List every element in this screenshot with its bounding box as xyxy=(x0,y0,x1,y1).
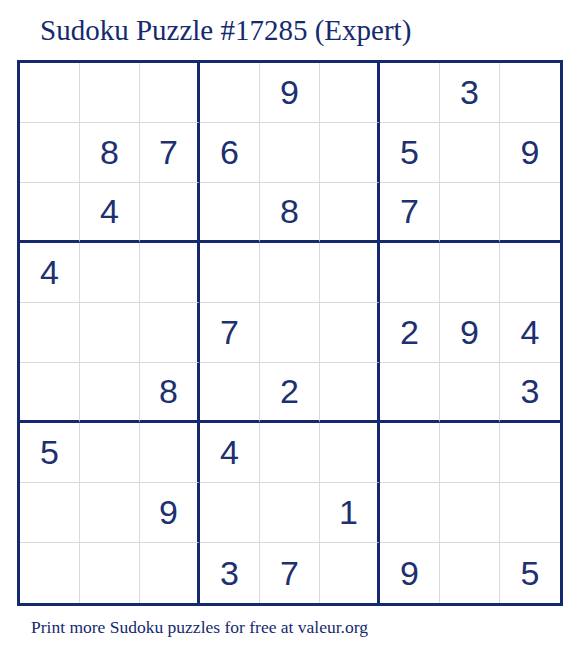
cell-r4c2[interactable] xyxy=(80,243,140,303)
given-digit: 5 xyxy=(40,433,59,472)
given-digit: 8 xyxy=(280,192,299,231)
cell-r3c4[interactable] xyxy=(200,183,260,243)
cell-r8c5[interactable] xyxy=(260,483,320,543)
cell-r7c9[interactable] xyxy=(500,423,560,483)
cell-r6c9[interactable]: 3 xyxy=(500,363,560,423)
cell-r5c3[interactable] xyxy=(140,303,200,363)
cell-r1c3[interactable] xyxy=(140,63,200,123)
given-digit: 7 xyxy=(280,554,299,593)
cell-r1c1[interactable] xyxy=(20,63,80,123)
cell-r3c9[interactable] xyxy=(500,183,560,243)
cell-r1c9[interactable] xyxy=(500,63,560,123)
given-digit: 2 xyxy=(280,372,299,411)
cell-r2c1[interactable] xyxy=(20,123,80,183)
given-digit: 8 xyxy=(100,133,119,172)
cell-r5c2[interactable] xyxy=(80,303,140,363)
cell-r6c4[interactable] xyxy=(200,363,260,423)
cell-r7c5[interactable] xyxy=(260,423,320,483)
cell-r2c6[interactable] xyxy=(320,123,380,183)
cell-r5c1[interactable] xyxy=(20,303,80,363)
cell-r3c7[interactable]: 7 xyxy=(380,183,440,243)
given-digit: 6 xyxy=(220,133,239,172)
cell-r3c6[interactable] xyxy=(320,183,380,243)
cell-r3c8[interactable] xyxy=(440,183,500,243)
cell-r3c1[interactable] xyxy=(20,183,80,243)
cell-r3c3[interactable] xyxy=(140,183,200,243)
cell-r5c5[interactable] xyxy=(260,303,320,363)
cell-r8c7[interactable] xyxy=(380,483,440,543)
given-digit: 2 xyxy=(400,313,419,352)
given-digit: 9 xyxy=(460,313,479,352)
footer-text: Print more Sudoku puzzles for free at va… xyxy=(31,617,368,638)
cell-r1c6[interactable] xyxy=(320,63,380,123)
cell-r8c3[interactable]: 9 xyxy=(140,483,200,543)
cell-r6c2[interactable] xyxy=(80,363,140,423)
cell-r6c8[interactable] xyxy=(440,363,500,423)
page-title: Sudoku Puzzle #17285 (Expert) xyxy=(40,14,411,47)
cell-r6c6[interactable] xyxy=(320,363,380,423)
given-digit: 4 xyxy=(521,313,540,352)
cell-r2c4[interactable]: 6 xyxy=(200,123,260,183)
cell-r1c2[interactable] xyxy=(80,63,140,123)
cell-r2c9[interactable]: 9 xyxy=(500,123,560,183)
cell-r8c1[interactable] xyxy=(20,483,80,543)
cell-r4c4[interactable] xyxy=(200,243,260,303)
cell-r6c3[interactable]: 8 xyxy=(140,363,200,423)
given-digit: 9 xyxy=(400,554,419,593)
given-digit: 4 xyxy=(40,253,59,292)
cell-r6c5[interactable]: 2 xyxy=(260,363,320,423)
cell-r7c3[interactable] xyxy=(140,423,200,483)
given-digit: 7 xyxy=(400,192,419,231)
cell-r4c6[interactable] xyxy=(320,243,380,303)
cell-r9c4[interactable]: 3 xyxy=(200,543,260,603)
cell-r4c3[interactable] xyxy=(140,243,200,303)
cell-r9c6[interactable] xyxy=(320,543,380,603)
cell-r5c9[interactable]: 4 xyxy=(500,303,560,363)
cell-r4c1[interactable]: 4 xyxy=(20,243,80,303)
cell-r8c6[interactable]: 1 xyxy=(320,483,380,543)
cell-r7c1[interactable]: 5 xyxy=(20,423,80,483)
cell-r2c7[interactable]: 5 xyxy=(380,123,440,183)
cell-r9c3[interactable] xyxy=(140,543,200,603)
given-digit: 9 xyxy=(159,493,178,532)
cell-r7c7[interactable] xyxy=(380,423,440,483)
cell-r1c7[interactable] xyxy=(380,63,440,123)
cell-r7c4[interactable]: 4 xyxy=(200,423,260,483)
given-digit: 9 xyxy=(521,133,540,172)
given-digit: 3 xyxy=(220,554,239,593)
cell-r9c5[interactable]: 7 xyxy=(260,543,320,603)
cell-r1c5[interactable]: 9 xyxy=(260,63,320,123)
cell-r9c2[interactable] xyxy=(80,543,140,603)
cell-r7c2[interactable] xyxy=(80,423,140,483)
cell-r5c8[interactable]: 9 xyxy=(440,303,500,363)
cell-r1c4[interactable] xyxy=(200,63,260,123)
given-digit: 7 xyxy=(159,133,178,172)
cell-r7c6[interactable] xyxy=(320,423,380,483)
sudoku-board: 93876594874729482354913795 xyxy=(17,60,563,606)
given-digit: 3 xyxy=(460,73,479,112)
cell-r4c9[interactable] xyxy=(500,243,560,303)
cell-r9c1[interactable] xyxy=(20,543,80,603)
cell-r9c8[interactable] xyxy=(440,543,500,603)
cell-r7c8[interactable] xyxy=(440,423,500,483)
cell-r5c4[interactable]: 7 xyxy=(200,303,260,363)
given-digit: 3 xyxy=(521,372,540,411)
cell-r2c3[interactable]: 7 xyxy=(140,123,200,183)
cell-r6c7[interactable] xyxy=(380,363,440,423)
given-digit: 5 xyxy=(521,554,540,593)
cell-r9c9[interactable]: 5 xyxy=(500,543,560,603)
given-digit: 9 xyxy=(280,73,299,112)
given-digit: 1 xyxy=(339,493,358,532)
cell-r5c6[interactable] xyxy=(320,303,380,363)
given-digit: 4 xyxy=(220,433,239,472)
cell-r5c7[interactable]: 2 xyxy=(380,303,440,363)
given-digit: 8 xyxy=(159,372,178,411)
cell-r2c8[interactable] xyxy=(440,123,500,183)
cell-r4c8[interactable] xyxy=(440,243,500,303)
cell-r8c9[interactable] xyxy=(500,483,560,543)
cell-r2c2[interactable]: 8 xyxy=(80,123,140,183)
given-digit: 7 xyxy=(220,313,239,352)
sudoku-page: Sudoku Puzzle #17285 (Expert) 9387659487… xyxy=(0,0,580,651)
cell-r4c5[interactable] xyxy=(260,243,320,303)
given-digit: 5 xyxy=(400,133,419,172)
given-digit: 4 xyxy=(100,192,119,231)
cell-r3c5[interactable]: 8 xyxy=(260,183,320,243)
cell-r3c2[interactable]: 4 xyxy=(80,183,140,243)
cell-r1c8[interactable]: 3 xyxy=(440,63,500,123)
cell-r6c1[interactable] xyxy=(20,363,80,423)
cell-r9c7[interactable]: 9 xyxy=(380,543,440,603)
cell-r8c4[interactable] xyxy=(200,483,260,543)
cell-r4c7[interactable] xyxy=(380,243,440,303)
cell-r8c8[interactable] xyxy=(440,483,500,543)
cell-r2c5[interactable] xyxy=(260,123,320,183)
cell-r8c2[interactable] xyxy=(80,483,140,543)
